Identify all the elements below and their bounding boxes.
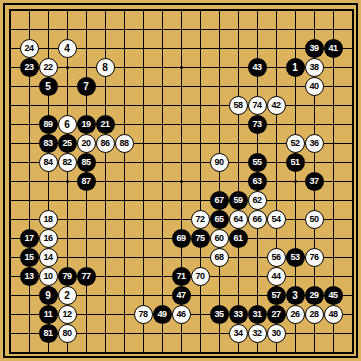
stone-black-25[interactable]: 25 (58, 134, 77, 153)
stone-white-78[interactable]: 78 (134, 305, 153, 324)
stone-white-38[interactable]: 38 (305, 58, 324, 77)
stone-white-22[interactable]: 22 (39, 58, 58, 77)
stone-white-72[interactable]: 72 (191, 210, 210, 229)
stone-black-7[interactable]: 7 (77, 77, 96, 96)
stone-white-54[interactable]: 54 (267, 210, 286, 229)
stone-black-61[interactable]: 61 (229, 229, 248, 248)
stone-black-65[interactable]: 65 (210, 210, 229, 229)
stone-black-69[interactable]: 69 (172, 229, 191, 248)
stone-white-84[interactable]: 84 (39, 153, 58, 172)
stone-white-56[interactable]: 56 (267, 248, 286, 267)
stone-black-81[interactable]: 81 (39, 324, 58, 343)
stone-black-3[interactable]: 3 (286, 286, 305, 305)
stone-black-55[interactable]: 55 (248, 153, 267, 172)
stone-white-88[interactable]: 88 (115, 134, 134, 153)
stone-black-39[interactable]: 39 (305, 39, 324, 58)
stone-white-42[interactable]: 42 (267, 96, 286, 115)
stone-white-86[interactable]: 86 (96, 134, 115, 153)
stone-black-15[interactable]: 15 (20, 248, 39, 267)
stone-white-30[interactable]: 30 (267, 324, 286, 343)
stone-black-31[interactable]: 31 (248, 305, 267, 324)
stone-black-23[interactable]: 23 (20, 58, 39, 77)
stone-white-44[interactable]: 44 (267, 267, 286, 286)
stone-white-14[interactable]: 14 (39, 248, 58, 267)
stone-white-58[interactable]: 58 (229, 96, 248, 115)
stone-white-74[interactable]: 74 (248, 96, 267, 115)
stone-black-45[interactable]: 45 (324, 286, 343, 305)
stone-white-70[interactable]: 70 (191, 267, 210, 286)
stone-black-75[interactable]: 75 (191, 229, 210, 248)
stone-grid: 1234567891011121314151617181920212223242… (1, 1, 361, 361)
stone-white-16[interactable]: 16 (39, 229, 58, 248)
stone-black-9[interactable]: 9 (39, 286, 58, 305)
stone-white-66[interactable]: 66 (248, 210, 267, 229)
stone-white-40[interactable]: 40 (305, 77, 324, 96)
stone-black-47[interactable]: 47 (172, 286, 191, 305)
stone-white-62[interactable]: 62 (248, 191, 267, 210)
stone-white-64[interactable]: 64 (229, 210, 248, 229)
stone-white-6[interactable]: 6 (58, 115, 77, 134)
stone-black-87[interactable]: 87 (77, 172, 96, 191)
stone-black-43[interactable]: 43 (248, 58, 267, 77)
stone-white-26[interactable]: 26 (286, 305, 305, 324)
stone-white-24[interactable]: 24 (20, 39, 39, 58)
stone-black-19[interactable]: 19 (77, 115, 96, 134)
stone-black-41[interactable]: 41 (324, 39, 343, 58)
stone-white-52[interactable]: 52 (286, 134, 305, 153)
stone-white-18[interactable]: 18 (39, 210, 58, 229)
stone-black-77[interactable]: 77 (77, 267, 96, 286)
stone-black-89[interactable]: 89 (39, 115, 58, 134)
stone-black-1[interactable]: 1 (286, 58, 305, 77)
stone-white-68[interactable]: 68 (210, 248, 229, 267)
stone-black-13[interactable]: 13 (20, 267, 39, 286)
stone-white-48[interactable]: 48 (324, 305, 343, 324)
stone-black-27[interactable]: 27 (267, 305, 286, 324)
stone-black-5[interactable]: 5 (39, 77, 58, 96)
stone-black-83[interactable]: 83 (39, 134, 58, 153)
stone-black-29[interactable]: 29 (305, 286, 324, 305)
stone-white-80[interactable]: 80 (58, 324, 77, 343)
stone-black-85[interactable]: 85 (77, 153, 96, 172)
go-board[interactable]: 1234567891011121314151617181920212223242… (0, 0, 361, 361)
stone-black-49[interactable]: 49 (153, 305, 172, 324)
stone-white-46[interactable]: 46 (172, 305, 191, 324)
stone-black-57[interactable]: 57 (267, 286, 286, 305)
stone-white-60[interactable]: 60 (210, 229, 229, 248)
stone-white-2[interactable]: 2 (58, 286, 77, 305)
stone-white-8[interactable]: 8 (96, 58, 115, 77)
stone-black-51[interactable]: 51 (286, 153, 305, 172)
stone-black-11[interactable]: 11 (39, 305, 58, 324)
stone-white-76[interactable]: 76 (305, 248, 324, 267)
stone-black-53[interactable]: 53 (286, 248, 305, 267)
stone-black-21[interactable]: 21 (96, 115, 115, 134)
stone-black-79[interactable]: 79 (58, 267, 77, 286)
stone-black-63[interactable]: 63 (248, 172, 267, 191)
stone-black-67[interactable]: 67 (210, 191, 229, 210)
stone-white-10[interactable]: 10 (39, 267, 58, 286)
stone-white-36[interactable]: 36 (305, 134, 324, 153)
stone-black-17[interactable]: 17 (20, 229, 39, 248)
stone-white-90[interactable]: 90 (210, 153, 229, 172)
stone-white-12[interactable]: 12 (58, 305, 77, 324)
stone-white-4[interactable]: 4 (58, 39, 77, 58)
stone-white-50[interactable]: 50 (305, 210, 324, 229)
stone-white-20[interactable]: 20 (77, 134, 96, 153)
stone-black-73[interactable]: 73 (248, 115, 267, 134)
stone-black-35[interactable]: 35 (210, 305, 229, 324)
stone-white-28[interactable]: 28 (305, 305, 324, 324)
stone-black-71[interactable]: 71 (172, 267, 191, 286)
stone-black-33[interactable]: 33 (229, 305, 248, 324)
stone-white-32[interactable]: 32 (248, 324, 267, 343)
stone-black-59[interactable]: 59 (229, 191, 248, 210)
stone-black-37[interactable]: 37 (305, 172, 324, 191)
stone-white-82[interactable]: 82 (58, 153, 77, 172)
stone-white-34[interactable]: 34 (229, 324, 248, 343)
